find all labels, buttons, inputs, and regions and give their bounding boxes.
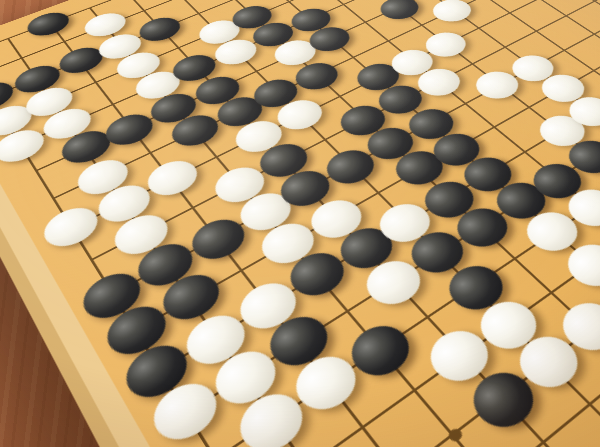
go-photo-stage	[0, 0, 600, 447]
go-board	[0, 0, 600, 447]
